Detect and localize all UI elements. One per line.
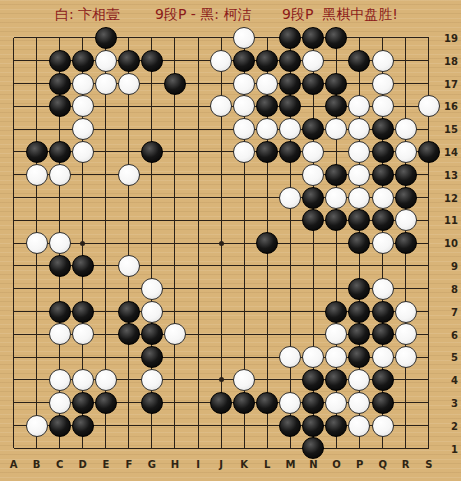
intersection-K1[interactable] <box>233 437 256 460</box>
intersection-O16[interactable] <box>325 95 348 118</box>
intersection-M1[interactable] <box>279 437 302 460</box>
intersection-S14[interactable] <box>417 141 440 164</box>
intersection-A16[interactable] <box>2 95 25 118</box>
intersection-N12[interactable] <box>302 186 325 209</box>
intersection-Q13[interactable] <box>371 163 394 186</box>
intersection-D10[interactable] <box>71 232 94 255</box>
intersection-B12[interactable] <box>25 186 48 209</box>
intersection-C19[interactable] <box>48 27 71 50</box>
intersection-C18[interactable] <box>48 49 71 72</box>
intersection-F12[interactable] <box>117 186 140 209</box>
intersection-B13[interactable] <box>25 163 48 186</box>
intersection-E3[interactable] <box>94 391 117 414</box>
intersection-S16[interactable] <box>417 95 440 118</box>
intersection-P8[interactable] <box>348 277 371 300</box>
intersection-J11[interactable] <box>210 209 233 232</box>
intersection-E15[interactable] <box>94 118 117 141</box>
intersection-H1[interactable] <box>163 437 186 460</box>
intersection-O17[interactable] <box>325 72 348 95</box>
intersection-D12[interactable] <box>71 186 94 209</box>
intersection-O8[interactable] <box>325 277 348 300</box>
intersection-I14[interactable] <box>187 141 210 164</box>
intersection-P2[interactable] <box>348 414 371 437</box>
intersection-D5[interactable] <box>71 346 94 369</box>
intersection-F8[interactable] <box>117 277 140 300</box>
intersection-K14[interactable] <box>233 141 256 164</box>
intersection-C11[interactable] <box>48 209 71 232</box>
intersection-P7[interactable] <box>348 300 371 323</box>
intersection-O2[interactable] <box>325 414 348 437</box>
intersection-I18[interactable] <box>187 49 210 72</box>
intersection-K8[interactable] <box>233 277 256 300</box>
intersection-L1[interactable] <box>256 437 279 460</box>
intersection-N17[interactable] <box>302 72 325 95</box>
intersection-G4[interactable] <box>140 369 163 392</box>
intersection-A7[interactable] <box>2 300 25 323</box>
intersection-F14[interactable] <box>117 141 140 164</box>
intersection-M16[interactable] <box>279 95 302 118</box>
intersection-G18[interactable] <box>140 49 163 72</box>
intersection-H17[interactable] <box>163 72 186 95</box>
intersection-D3[interactable] <box>71 391 94 414</box>
intersection-K5[interactable] <box>233 346 256 369</box>
intersection-I6[interactable] <box>187 323 210 346</box>
intersection-L11[interactable] <box>256 209 279 232</box>
intersection-O12[interactable] <box>325 186 348 209</box>
intersection-I4[interactable] <box>187 369 210 392</box>
intersection-K6[interactable] <box>233 323 256 346</box>
intersection-E13[interactable] <box>94 163 117 186</box>
intersection-N1[interactable] <box>302 437 325 460</box>
intersection-F9[interactable] <box>117 255 140 278</box>
intersection-Q8[interactable] <box>371 277 394 300</box>
intersection-A19[interactable] <box>2 27 25 50</box>
intersection-E19[interactable] <box>94 27 117 50</box>
intersection-Q19[interactable] <box>371 27 394 50</box>
intersection-E1[interactable] <box>94 437 117 460</box>
intersection-A15[interactable] <box>2 118 25 141</box>
intersection-G5[interactable] <box>140 346 163 369</box>
intersection-E2[interactable] <box>94 414 117 437</box>
intersection-A1[interactable] <box>2 437 25 460</box>
intersection-N5[interactable] <box>302 346 325 369</box>
intersection-O4[interactable] <box>325 369 348 392</box>
intersection-A11[interactable] <box>2 209 25 232</box>
intersection-N14[interactable] <box>302 141 325 164</box>
intersection-M3[interactable] <box>279 391 302 414</box>
intersection-I16[interactable] <box>187 95 210 118</box>
intersection-Q2[interactable] <box>371 414 394 437</box>
intersection-C14[interactable] <box>48 141 71 164</box>
intersection-K10[interactable] <box>233 232 256 255</box>
intersection-F18[interactable] <box>117 49 140 72</box>
intersection-G3[interactable] <box>140 391 163 414</box>
intersection-C6[interactable] <box>48 323 71 346</box>
intersection-G1[interactable] <box>140 437 163 460</box>
intersection-H18[interactable] <box>163 49 186 72</box>
intersection-N8[interactable] <box>302 277 325 300</box>
intersection-K12[interactable] <box>233 186 256 209</box>
intersection-I5[interactable] <box>187 346 210 369</box>
intersection-N3[interactable] <box>302 391 325 414</box>
intersection-N7[interactable] <box>302 300 325 323</box>
intersection-K7[interactable] <box>233 300 256 323</box>
intersection-B10[interactable] <box>25 232 48 255</box>
intersection-P15[interactable] <box>348 118 371 141</box>
intersection-H7[interactable] <box>163 300 186 323</box>
intersection-O15[interactable] <box>325 118 348 141</box>
intersection-P13[interactable] <box>348 163 371 186</box>
intersection-P11[interactable] <box>348 209 371 232</box>
intersection-O19[interactable] <box>325 27 348 50</box>
intersection-B9[interactable] <box>25 255 48 278</box>
intersection-P1[interactable] <box>348 437 371 460</box>
intersection-D9[interactable] <box>71 255 94 278</box>
intersection-D13[interactable] <box>71 163 94 186</box>
intersection-J16[interactable] <box>210 95 233 118</box>
intersection-M18[interactable] <box>279 49 302 72</box>
intersection-F3[interactable] <box>117 391 140 414</box>
intersection-J2[interactable] <box>210 414 233 437</box>
intersection-Q14[interactable] <box>371 141 394 164</box>
intersection-K18[interactable] <box>233 49 256 72</box>
intersection-P17[interactable] <box>348 72 371 95</box>
intersection-M15[interactable] <box>279 118 302 141</box>
intersection-R11[interactable] <box>394 209 417 232</box>
intersection-J7[interactable] <box>210 300 233 323</box>
intersection-C7[interactable] <box>48 300 71 323</box>
intersection-H11[interactable] <box>163 209 186 232</box>
intersection-J19[interactable] <box>210 27 233 50</box>
intersection-G14[interactable] <box>140 141 163 164</box>
intersection-G8[interactable] <box>140 277 163 300</box>
intersection-A5[interactable] <box>2 346 25 369</box>
intersection-A10[interactable] <box>2 232 25 255</box>
intersection-G15[interactable] <box>140 118 163 141</box>
intersection-A14[interactable] <box>2 141 25 164</box>
intersection-C15[interactable] <box>48 118 71 141</box>
intersection-A2[interactable] <box>2 414 25 437</box>
intersection-B15[interactable] <box>25 118 48 141</box>
intersection-J5[interactable] <box>210 346 233 369</box>
intersection-O18[interactable] <box>325 49 348 72</box>
intersection-L17[interactable] <box>256 72 279 95</box>
intersection-M13[interactable] <box>279 163 302 186</box>
intersection-R1[interactable] <box>394 437 417 460</box>
intersection-D14[interactable] <box>71 141 94 164</box>
intersection-I12[interactable] <box>187 186 210 209</box>
intersection-Q12[interactable] <box>371 186 394 209</box>
intersection-L4[interactable] <box>256 369 279 392</box>
intersection-N18[interactable] <box>302 49 325 72</box>
intersection-K19[interactable] <box>233 27 256 50</box>
intersection-G13[interactable] <box>140 163 163 186</box>
intersection-N19[interactable] <box>302 27 325 50</box>
intersection-L10[interactable] <box>256 232 279 255</box>
intersection-H5[interactable] <box>163 346 186 369</box>
intersection-N4[interactable] <box>302 369 325 392</box>
intersection-J12[interactable] <box>210 186 233 209</box>
intersection-C17[interactable] <box>48 72 71 95</box>
intersection-R5[interactable] <box>394 346 417 369</box>
intersection-E11[interactable] <box>94 209 117 232</box>
intersection-R12[interactable] <box>394 186 417 209</box>
intersection-G17[interactable] <box>140 72 163 95</box>
intersection-H16[interactable] <box>163 95 186 118</box>
intersection-Q17[interactable] <box>371 72 394 95</box>
intersection-M9[interactable] <box>279 255 302 278</box>
intersection-Q6[interactable] <box>371 323 394 346</box>
intersection-D16[interactable] <box>71 95 94 118</box>
intersection-A17[interactable] <box>2 72 25 95</box>
intersection-Q11[interactable] <box>371 209 394 232</box>
intersection-E9[interactable] <box>94 255 117 278</box>
intersection-L12[interactable] <box>256 186 279 209</box>
intersection-F17[interactable] <box>117 72 140 95</box>
intersection-A4[interactable] <box>2 369 25 392</box>
intersection-D11[interactable] <box>71 209 94 232</box>
intersection-B11[interactable] <box>25 209 48 232</box>
intersection-C10[interactable] <box>48 232 71 255</box>
intersection-N6[interactable] <box>302 323 325 346</box>
intersection-L7[interactable] <box>256 300 279 323</box>
intersection-C4[interactable] <box>48 369 71 392</box>
intersection-F10[interactable] <box>117 232 140 255</box>
intersection-Q7[interactable] <box>371 300 394 323</box>
intersection-I2[interactable] <box>187 414 210 437</box>
intersection-R9[interactable] <box>394 255 417 278</box>
intersection-I17[interactable] <box>187 72 210 95</box>
intersection-F19[interactable] <box>117 27 140 50</box>
intersection-P9[interactable] <box>348 255 371 278</box>
intersection-I19[interactable] <box>187 27 210 50</box>
intersection-B19[interactable] <box>25 27 48 50</box>
intersection-P18[interactable] <box>348 49 371 72</box>
intersection-A8[interactable] <box>2 277 25 300</box>
intersection-D6[interactable] <box>71 323 94 346</box>
intersection-K4[interactable] <box>233 369 256 392</box>
intersection-K17[interactable] <box>233 72 256 95</box>
intersection-M5[interactable] <box>279 346 302 369</box>
intersection-F16[interactable] <box>117 95 140 118</box>
intersection-R15[interactable] <box>394 118 417 141</box>
intersection-M7[interactable] <box>279 300 302 323</box>
intersection-I3[interactable] <box>187 391 210 414</box>
intersection-G12[interactable] <box>140 186 163 209</box>
intersection-O7[interactable] <box>325 300 348 323</box>
intersection-F7[interactable] <box>117 300 140 323</box>
intersection-J8[interactable] <box>210 277 233 300</box>
intersection-B7[interactable] <box>25 300 48 323</box>
intersection-E10[interactable] <box>94 232 117 255</box>
intersection-C2[interactable] <box>48 414 71 437</box>
intersection-Q1[interactable] <box>371 437 394 460</box>
intersection-H4[interactable] <box>163 369 186 392</box>
intersection-N15[interactable] <box>302 118 325 141</box>
intersection-J10[interactable] <box>210 232 233 255</box>
intersection-R4[interactable] <box>394 369 417 392</box>
intersection-P6[interactable] <box>348 323 371 346</box>
goban-grid[interactable] <box>2 27 440 460</box>
intersection-H13[interactable] <box>163 163 186 186</box>
intersection-Q9[interactable] <box>371 255 394 278</box>
intersection-O11[interactable] <box>325 209 348 232</box>
intersection-H10[interactable] <box>163 232 186 255</box>
intersection-K2[interactable] <box>233 414 256 437</box>
intersection-C3[interactable] <box>48 391 71 414</box>
intersection-L2[interactable] <box>256 414 279 437</box>
intersection-C8[interactable] <box>48 277 71 300</box>
intersection-R14[interactable] <box>394 141 417 164</box>
intersection-P16[interactable] <box>348 95 371 118</box>
intersection-I13[interactable] <box>187 163 210 186</box>
intersection-M11[interactable] <box>279 209 302 232</box>
intersection-G19[interactable] <box>140 27 163 50</box>
intersection-L15[interactable] <box>256 118 279 141</box>
intersection-P12[interactable] <box>348 186 371 209</box>
intersection-M12[interactable] <box>279 186 302 209</box>
intersection-K13[interactable] <box>233 163 256 186</box>
intersection-A12[interactable] <box>2 186 25 209</box>
intersection-O5[interactable] <box>325 346 348 369</box>
intersection-M17[interactable] <box>279 72 302 95</box>
intersection-F1[interactable] <box>117 437 140 460</box>
intersection-O10[interactable] <box>325 232 348 255</box>
intersection-H19[interactable] <box>163 27 186 50</box>
intersection-O6[interactable] <box>325 323 348 346</box>
intersection-L6[interactable] <box>256 323 279 346</box>
intersection-I11[interactable] <box>187 209 210 232</box>
intersection-M4[interactable] <box>279 369 302 392</box>
intersection-H12[interactable] <box>163 186 186 209</box>
intersection-L13[interactable] <box>256 163 279 186</box>
intersection-Q10[interactable] <box>371 232 394 255</box>
intersection-R3[interactable] <box>394 391 417 414</box>
intersection-G2[interactable] <box>140 414 163 437</box>
intersection-O3[interactable] <box>325 391 348 414</box>
intersection-O13[interactable] <box>325 163 348 186</box>
intersection-B4[interactable] <box>25 369 48 392</box>
intersection-H2[interactable] <box>163 414 186 437</box>
intersection-K16[interactable] <box>233 95 256 118</box>
intersection-K3[interactable] <box>233 391 256 414</box>
intersection-D1[interactable] <box>71 437 94 460</box>
intersection-J14[interactable] <box>210 141 233 164</box>
intersection-C12[interactable] <box>48 186 71 209</box>
intersection-Q16[interactable] <box>371 95 394 118</box>
intersection-H8[interactable] <box>163 277 186 300</box>
intersection-N9[interactable] <box>302 255 325 278</box>
intersection-M2[interactable] <box>279 414 302 437</box>
intersection-B2[interactable] <box>25 414 48 437</box>
intersection-G10[interactable] <box>140 232 163 255</box>
intersection-K9[interactable] <box>233 255 256 278</box>
intersection-Q18[interactable] <box>371 49 394 72</box>
intersection-B16[interactable] <box>25 95 48 118</box>
intersection-E5[interactable] <box>94 346 117 369</box>
intersection-H3[interactable] <box>163 391 186 414</box>
intersection-R19[interactable] <box>394 27 417 50</box>
intersection-A9[interactable] <box>2 255 25 278</box>
intersection-J13[interactable] <box>210 163 233 186</box>
intersection-B6[interactable] <box>25 323 48 346</box>
intersection-R16[interactable] <box>394 95 417 118</box>
intersection-Q3[interactable] <box>371 391 394 414</box>
intersection-C16[interactable] <box>48 95 71 118</box>
intersection-M19[interactable] <box>279 27 302 50</box>
intersection-F15[interactable] <box>117 118 140 141</box>
intersection-P3[interactable] <box>348 391 371 414</box>
intersection-B18[interactable] <box>25 49 48 72</box>
intersection-D18[interactable] <box>71 49 94 72</box>
intersection-F6[interactable] <box>117 323 140 346</box>
intersection-O9[interactable] <box>325 255 348 278</box>
intersection-B3[interactable] <box>25 391 48 414</box>
intersection-P19[interactable] <box>348 27 371 50</box>
intersection-L8[interactable] <box>256 277 279 300</box>
intersection-L3[interactable] <box>256 391 279 414</box>
intersection-H9[interactable] <box>163 255 186 278</box>
intersection-C5[interactable] <box>48 346 71 369</box>
intersection-R6[interactable] <box>394 323 417 346</box>
intersection-B1[interactable] <box>25 437 48 460</box>
intersection-R7[interactable] <box>394 300 417 323</box>
intersection-R8[interactable] <box>394 277 417 300</box>
intersection-O1[interactable] <box>325 437 348 460</box>
intersection-M8[interactable] <box>279 277 302 300</box>
intersection-F13[interactable] <box>117 163 140 186</box>
intersection-H6[interactable] <box>163 323 186 346</box>
intersection-F4[interactable] <box>117 369 140 392</box>
intersection-R10[interactable] <box>394 232 417 255</box>
intersection-I9[interactable] <box>187 255 210 278</box>
intersection-F11[interactable] <box>117 209 140 232</box>
intersection-D15[interactable] <box>71 118 94 141</box>
intersection-B8[interactable] <box>25 277 48 300</box>
intersection-P10[interactable] <box>348 232 371 255</box>
intersection-J3[interactable] <box>210 391 233 414</box>
intersection-M14[interactable] <box>279 141 302 164</box>
intersection-H15[interactable] <box>163 118 186 141</box>
intersection-J1[interactable] <box>210 437 233 460</box>
intersection-C13[interactable] <box>48 163 71 186</box>
intersection-M6[interactable] <box>279 323 302 346</box>
intersection-R2[interactable] <box>394 414 417 437</box>
intersection-Q15[interactable] <box>371 118 394 141</box>
intersection-G11[interactable] <box>140 209 163 232</box>
intersection-B5[interactable] <box>25 346 48 369</box>
intersection-L9[interactable] <box>256 255 279 278</box>
intersection-P5[interactable] <box>348 346 371 369</box>
intersection-C9[interactable] <box>48 255 71 278</box>
intersection-I1[interactable] <box>187 437 210 460</box>
intersection-J4[interactable] <box>210 369 233 392</box>
intersection-D17[interactable] <box>71 72 94 95</box>
intersection-P4[interactable] <box>348 369 371 392</box>
intersection-F2[interactable] <box>117 414 140 437</box>
intersection-G9[interactable] <box>140 255 163 278</box>
intersection-A6[interactable] <box>2 323 25 346</box>
intersection-I8[interactable] <box>187 277 210 300</box>
intersection-D7[interactable] <box>71 300 94 323</box>
intersection-D19[interactable] <box>71 27 94 50</box>
intersection-E18[interactable] <box>94 49 117 72</box>
intersection-N10[interactable] <box>302 232 325 255</box>
intersection-P14[interactable] <box>348 141 371 164</box>
intersection-E17[interactable] <box>94 72 117 95</box>
intersection-E14[interactable] <box>94 141 117 164</box>
intersection-G7[interactable] <box>140 300 163 323</box>
